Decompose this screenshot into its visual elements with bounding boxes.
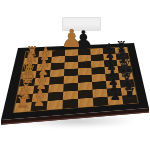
piece-black-pawn-h7: ♟ (109, 90, 121, 103)
piece-black-rook-h8: ♜ (123, 88, 136, 103)
piece-white-pawn-h2: ♟ (33, 96, 45, 110)
piece-white-rook-h1: ♜ (16, 95, 30, 111)
display-white-pawn: ♟ (61, 28, 83, 53)
chess-set-product-photo: ♟♟♜♟♟♜♞♟♟♞♝♟♟♝♛♟♟♛♚♟♟♚♝♟♟♝♞♟♟♞♜♟♟♜ (0, 0, 150, 150)
